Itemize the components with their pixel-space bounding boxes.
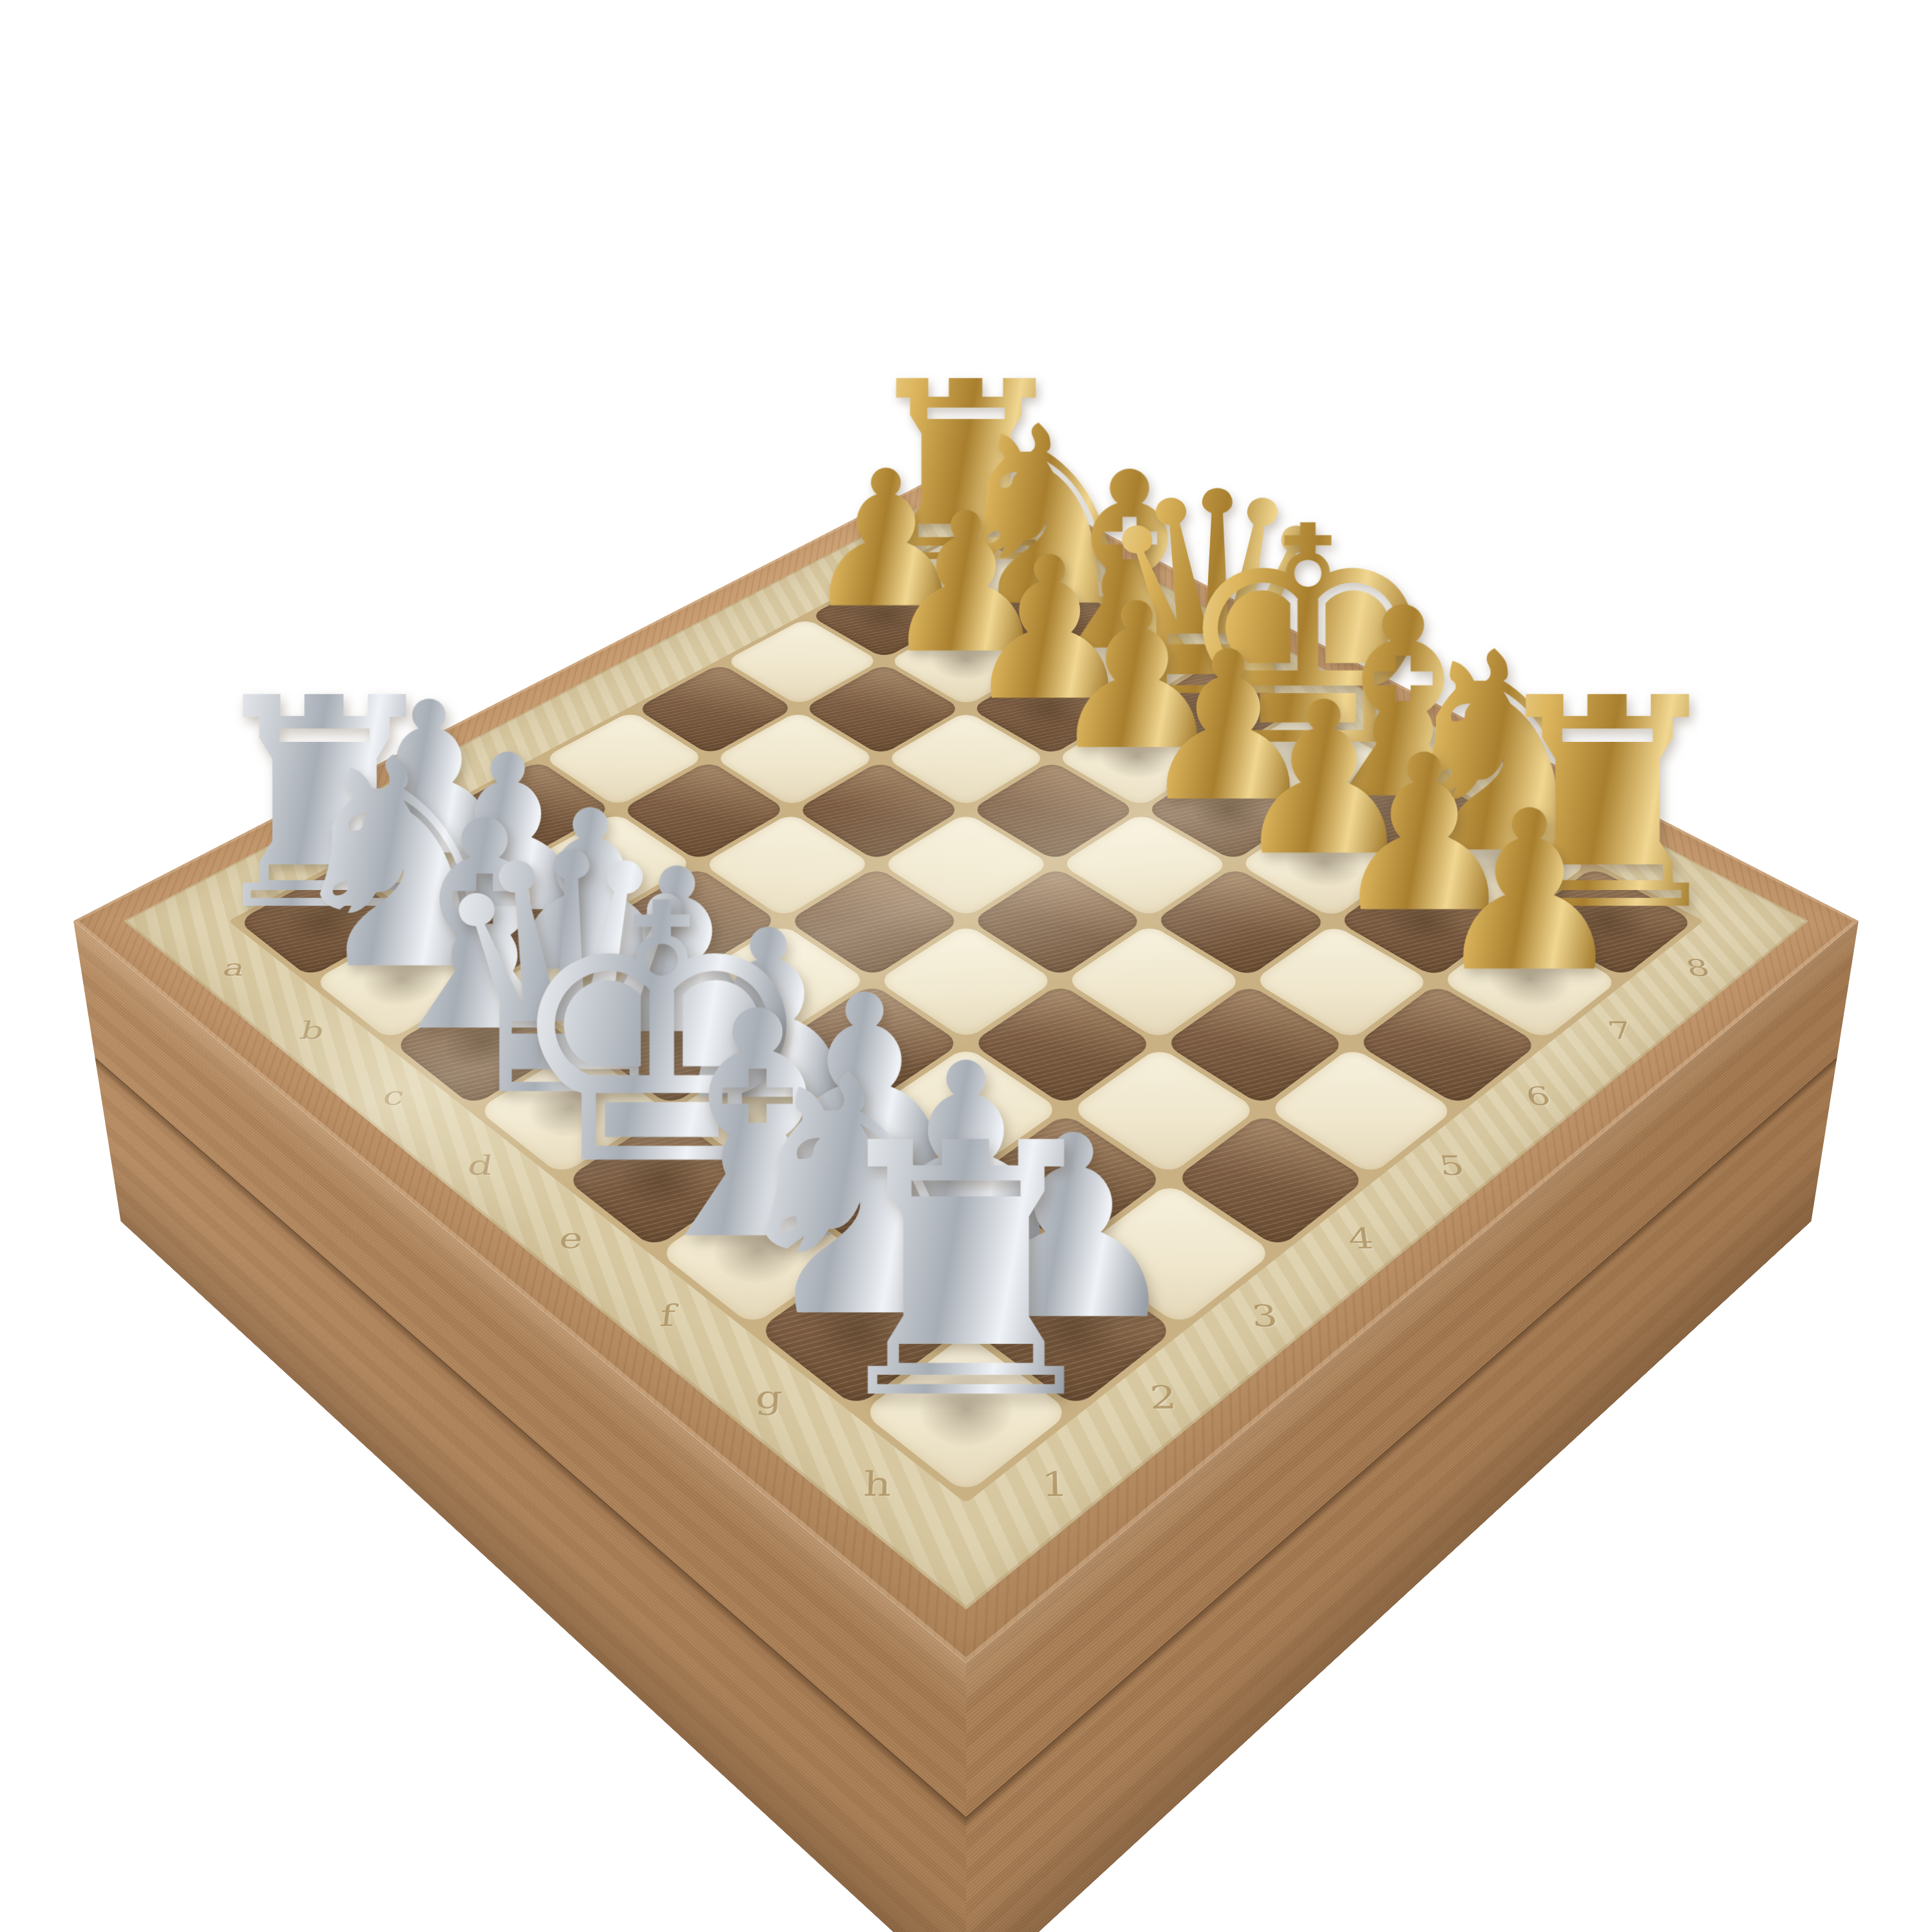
silver-rook-glyph: ♜ [810,1098,1122,1447]
scene-3d: abcdefgh 87654321 ♜♞♟♝♟♛♟♚♟♝♟♞♟♟♜♟♟♜♟♟♞♟… [335,290,1597,1552]
gold-pawn-glyph: ♟ [1430,782,1629,1003]
chess-box: abcdefgh 87654321 ♜♞♟♝♟♛♟♚♟♝♟♞♟♟♜♟♟♜♟♟♞♟… [73,462,1859,1663]
product-photo-canvas: abcdefgh 87654321 ♜♞♟♝♟♛♟♚♟♝♟♞♟♟♜♟♟♜♟♟♞♟… [0,0,1932,1932]
